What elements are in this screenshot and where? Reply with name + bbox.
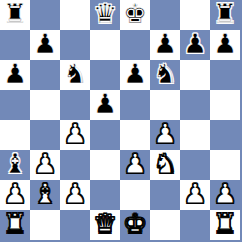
square-h5[interactable] — [210, 90, 240, 120]
piece-black-knight[interactable]: ♞ — [63, 59, 87, 89]
square-e3[interactable]: ♟ — [120, 150, 150, 180]
piece-white-pawn[interactable]: ♟ — [63, 119, 87, 149]
square-a2[interactable]: ♟ — [0, 180, 30, 210]
piece-white-pawn[interactable]: ♟ — [153, 119, 177, 149]
piece-white-pawn[interactable]: ♟ — [63, 179, 87, 209]
piece-white-pawn[interactable]: ♟ — [33, 149, 57, 179]
square-g1[interactable] — [180, 210, 210, 240]
square-g3[interactable] — [180, 150, 210, 180]
square-b1[interactable] — [30, 210, 60, 240]
square-f5[interactable] — [150, 90, 180, 120]
square-h4[interactable] — [210, 120, 240, 150]
square-f1[interactable] — [150, 210, 180, 240]
square-d7[interactable] — [90, 30, 120, 60]
square-c3[interactable] — [60, 150, 90, 180]
piece-black-pawn[interactable]: ♟ — [3, 59, 27, 89]
piece-black-pawn[interactable]: ♟ — [213, 29, 237, 59]
piece-white-pawn[interactable]: ♟ — [213, 179, 237, 209]
piece-black-bishop[interactable]: ♝ — [3, 149, 27, 179]
square-h2[interactable]: ♟ — [210, 180, 240, 210]
square-b6[interactable] — [30, 60, 60, 90]
square-g8[interactable] — [180, 0, 210, 30]
piece-black-pawn[interactable]: ♟ — [33, 29, 57, 59]
square-d4[interactable] — [90, 120, 120, 150]
square-d5[interactable]: ♟ — [90, 90, 120, 120]
piece-white-pawn[interactable]: ♟ — [183, 179, 207, 209]
square-g7[interactable]: ♟ — [180, 30, 210, 60]
board-grid: ♜♛♚♜♟♟♟♟♟♞♟♞♟♟♟♝♟♟♞♟♝♟♟♟♜♛♚♜ — [0, 0, 240, 240]
square-a4[interactable] — [0, 120, 30, 150]
square-g4[interactable] — [180, 120, 210, 150]
square-a1[interactable]: ♜ — [0, 210, 30, 240]
square-f2[interactable] — [150, 180, 180, 210]
square-f7[interactable]: ♟ — [150, 30, 180, 60]
square-e2[interactable] — [120, 180, 150, 210]
square-c2[interactable]: ♟ — [60, 180, 90, 210]
square-f4[interactable]: ♟ — [150, 120, 180, 150]
piece-black-pawn[interactable]: ♟ — [93, 89, 117, 119]
chess-board: ♜♛♚♜♟♟♟♟♟♞♟♞♟♟♟♝♟♟♞♟♝♟♟♟♜♛♚♜ — [0, 0, 242, 242]
square-e8[interactable]: ♚ — [120, 0, 150, 30]
square-e4[interactable] — [120, 120, 150, 150]
piece-black-king[interactable]: ♚ — [123, 0, 147, 29]
piece-black-rook[interactable]: ♜ — [213, 0, 237, 29]
square-g5[interactable] — [180, 90, 210, 120]
square-e7[interactable] — [120, 30, 150, 60]
piece-white-bishop[interactable]: ♝ — [33, 179, 57, 209]
square-c1[interactable] — [60, 210, 90, 240]
square-d2[interactable] — [90, 180, 120, 210]
piece-white-queen[interactable]: ♛ — [93, 209, 117, 239]
square-g2[interactable]: ♟ — [180, 180, 210, 210]
square-c6[interactable]: ♞ — [60, 60, 90, 90]
square-a6[interactable]: ♟ — [0, 60, 30, 90]
square-b4[interactable] — [30, 120, 60, 150]
square-e6[interactable]: ♟ — [120, 60, 150, 90]
piece-white-knight[interactable]: ♞ — [153, 149, 177, 179]
square-b5[interactable] — [30, 90, 60, 120]
square-b2[interactable]: ♝ — [30, 180, 60, 210]
square-h6[interactable] — [210, 60, 240, 90]
piece-white-pawn[interactable]: ♟ — [123, 149, 147, 179]
square-e1[interactable]: ♚ — [120, 210, 150, 240]
piece-white-rook[interactable]: ♜ — [3, 209, 27, 239]
piece-white-rook[interactable]: ♜ — [213, 209, 237, 239]
piece-white-king[interactable]: ♚ — [123, 209, 147, 239]
square-b3[interactable]: ♟ — [30, 150, 60, 180]
piece-black-pawn[interactable]: ♟ — [123, 59, 147, 89]
square-a5[interactable] — [0, 90, 30, 120]
square-h1[interactable]: ♜ — [210, 210, 240, 240]
piece-black-knight[interactable]: ♞ — [153, 59, 177, 89]
square-c4[interactable]: ♟ — [60, 120, 90, 150]
square-f6[interactable]: ♞ — [150, 60, 180, 90]
square-d8[interactable]: ♛ — [90, 0, 120, 30]
square-d6[interactable] — [90, 60, 120, 90]
square-g6[interactable] — [180, 60, 210, 90]
square-c7[interactable] — [60, 30, 90, 60]
square-b7[interactable]: ♟ — [30, 30, 60, 60]
square-a7[interactable] — [0, 30, 30, 60]
square-h7[interactable]: ♟ — [210, 30, 240, 60]
square-h3[interactable] — [210, 150, 240, 180]
square-a8[interactable]: ♜ — [0, 0, 30, 30]
square-c5[interactable] — [60, 90, 90, 120]
piece-black-rook[interactable]: ♜ — [3, 0, 27, 29]
square-e5[interactable] — [120, 90, 150, 120]
piece-black-queen[interactable]: ♛ — [93, 0, 117, 29]
piece-black-pawn[interactable]: ♟ — [183, 29, 207, 59]
square-d3[interactable] — [90, 150, 120, 180]
square-c8[interactable] — [60, 0, 90, 30]
piece-white-pawn[interactable]: ♟ — [3, 179, 27, 209]
piece-black-pawn[interactable]: ♟ — [153, 29, 177, 59]
square-d1[interactable]: ♛ — [90, 210, 120, 240]
square-f8[interactable] — [150, 0, 180, 30]
square-h8[interactable]: ♜ — [210, 0, 240, 30]
square-a3[interactable]: ♝ — [0, 150, 30, 180]
square-b8[interactable] — [30, 0, 60, 30]
square-f3[interactable]: ♞ — [150, 150, 180, 180]
